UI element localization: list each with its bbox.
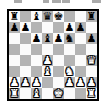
square-b3[interactable] — [20, 66, 31, 77]
white-queen: ♛ — [87, 55, 97, 66]
square-c2[interactable]: ♟ — [31, 77, 42, 88]
square-f1[interactable] — [64, 88, 75, 99]
white-pawn: ♟ — [21, 77, 31, 88]
black-knight: ♞ — [65, 33, 75, 44]
square-e3[interactable] — [53, 66, 64, 77]
square-h7[interactable] — [86, 22, 97, 33]
square-a7[interactable]: ♟ — [9, 22, 20, 33]
square-d5[interactable] — [42, 44, 53, 55]
square-h2[interactable]: ♟ — [86, 77, 97, 88]
square-a6[interactable] — [9, 33, 20, 44]
square-g4[interactable] — [75, 55, 86, 66]
square-h3[interactable] — [86, 66, 97, 77]
black-pawn: ♟ — [21, 22, 31, 33]
black-pawn: ♟ — [87, 33, 97, 44]
square-g3[interactable] — [75, 66, 86, 77]
black-pawn: ♟ — [32, 33, 42, 44]
white-king: ♚ — [54, 88, 64, 99]
square-a8[interactable]: ♜ — [9, 11, 20, 22]
square-c1[interactable]: ♝ — [31, 88, 42, 99]
black-rook: ♜ — [10, 11, 20, 22]
white-pawn: ♟ — [43, 55, 53, 66]
square-d7[interactable] — [42, 22, 53, 33]
white-rook: ♜ — [10, 88, 20, 99]
square-e7[interactable] — [53, 22, 64, 33]
square-g5[interactable] — [75, 44, 86, 55]
square-b1[interactable] — [20, 88, 31, 99]
black-pawn: ♟ — [76, 22, 86, 33]
white-bishop: ♝ — [32, 88, 42, 99]
square-c5[interactable] — [31, 44, 42, 55]
black-bishop: ♝ — [32, 11, 42, 22]
square-b5[interactable] — [20, 44, 31, 55]
square-d8[interactable]: ♛ — [42, 11, 53, 22]
square-e1[interactable]: ♚ — [53, 88, 64, 99]
cropped-content-above — [0, 0, 112, 4]
square-e2[interactable] — [53, 77, 64, 88]
white-pawn: ♟ — [32, 77, 42, 88]
square-e5[interactable] — [53, 44, 64, 55]
square-b2[interactable]: ♟ — [20, 77, 31, 88]
square-c8[interactable]: ♝ — [31, 11, 42, 22]
square-g1[interactable] — [75, 88, 86, 99]
square-f2[interactable]: ♟ — [64, 77, 75, 88]
square-e6[interactable]: ♟ — [53, 33, 64, 44]
square-e8[interactable]: ♚ — [53, 11, 64, 22]
black-pawn: ♟ — [54, 33, 64, 44]
square-b7[interactable]: ♟ — [20, 22, 31, 33]
square-f3[interactable]: ♞ — [64, 66, 75, 77]
square-d4[interactable]: ♟ — [42, 55, 53, 66]
square-h6[interactable]: ♟ — [86, 33, 97, 44]
square-c7[interactable] — [31, 22, 42, 33]
square-h4[interactable]: ♛ — [86, 55, 97, 66]
white-pawn: ♟ — [65, 77, 75, 88]
square-c4[interactable] — [31, 55, 42, 66]
black-rook: ♜ — [87, 11, 97, 22]
square-a5[interactable] — [9, 44, 20, 55]
square-d2[interactable] — [42, 77, 53, 88]
square-g7[interactable]: ♟ — [75, 22, 86, 33]
white-pawn: ♟ — [87, 77, 97, 88]
square-h1[interactable]: ♜ — [86, 88, 97, 99]
square-d3[interactable]: ♝ — [42, 66, 53, 77]
square-e4[interactable] — [53, 55, 64, 66]
black-pawn: ♟ — [10, 22, 20, 33]
white-bishop: ♝ — [43, 66, 53, 77]
square-b8[interactable] — [20, 11, 31, 22]
square-h5[interactable] — [86, 44, 97, 55]
square-g2[interactable]: ♟ — [75, 77, 86, 88]
black-bishop: ♝ — [43, 33, 53, 44]
square-a3[interactable] — [9, 66, 20, 77]
square-a2[interactable]: ♟ — [9, 77, 20, 88]
square-f8[interactable] — [64, 11, 75, 22]
square-f7[interactable]: ♟ — [64, 22, 75, 33]
white-rook: ♜ — [87, 88, 97, 99]
white-pawn: ♟ — [76, 77, 86, 88]
white-pawn: ♟ — [10, 77, 20, 88]
square-c6[interactable]: ♟ — [31, 33, 42, 44]
chess-diagram: ♜♝♛♚♜♟♟♟♟♟♝♟♞♟♟♛♝♞♟♟♟♟♟♟♜♝♚♜ — [0, 0, 112, 102]
square-b6[interactable] — [20, 33, 31, 44]
black-pawn: ♟ — [65, 22, 75, 33]
square-g8[interactable] — [75, 11, 86, 22]
square-c3[interactable] — [31, 66, 42, 77]
square-f5[interactable] — [64, 44, 75, 55]
square-f4[interactable] — [64, 55, 75, 66]
square-f6[interactable]: ♞ — [64, 33, 75, 44]
square-a4[interactable] — [9, 55, 20, 66]
white-knight: ♞ — [65, 66, 75, 77]
square-d1[interactable] — [42, 88, 53, 99]
black-queen: ♛ — [43, 11, 53, 22]
chess-board: ♜♝♛♚♜♟♟♟♟♟♝♟♞♟♟♛♝♞♟♟♟♟♟♟♜♝♚♜ — [7, 9, 99, 101]
black-king: ♚ — [54, 11, 64, 22]
square-a1[interactable]: ♜ — [9, 88, 20, 99]
square-b4[interactable] — [20, 55, 31, 66]
square-d6[interactable]: ♝ — [42, 33, 53, 44]
square-h8[interactable]: ♜ — [86, 11, 97, 22]
square-g6[interactable] — [75, 33, 86, 44]
